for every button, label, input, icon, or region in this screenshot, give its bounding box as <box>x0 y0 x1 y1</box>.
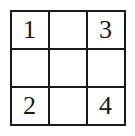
cell-r1c1[interactable] <box>50 50 86 86</box>
cell-r0c1[interactable] <box>50 12 86 48</box>
cell-r2c1[interactable] <box>50 88 86 124</box>
cell-r2c2[interactable]: 4 <box>88 88 124 124</box>
cell-r0c2[interactable]: 3 <box>88 12 124 48</box>
puzzle-grid: 1 3 2 4 <box>10 10 126 126</box>
cell-r2c0[interactable]: 2 <box>12 88 48 124</box>
cell-r1c0[interactable] <box>12 50 48 86</box>
cell-r1c2[interactable] <box>88 50 124 86</box>
cell-r0c0[interactable]: 1 <box>12 12 48 48</box>
